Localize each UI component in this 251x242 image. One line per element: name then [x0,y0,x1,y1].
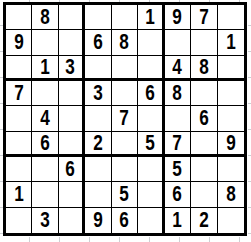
sudoku-cell-r5c8[interactable]: 6 [191,106,217,131]
given-digit: 7 [173,132,183,154]
sudoku-cell-r2c4[interactable]: 6 [85,30,111,55]
sudoku-cell-r9c8[interactable]: 2 [191,208,217,233]
given-digit: 4 [173,56,183,78]
given-digit: 5 [173,158,183,180]
sudoku-cell-r1c2[interactable]: 8 [32,5,58,30]
given-digit: 6 [66,158,76,180]
sudoku-cell-r2c9[interactable]: 1 [218,30,244,55]
sudoku-cell-r9c2[interactable]: 3 [32,208,58,233]
given-digit: 9 [14,31,24,53]
sudoku-cell-r6c3[interactable] [59,132,85,157]
given-digit: 8 [226,183,236,205]
sudoku-cell-r3c8[interactable]: 8 [191,56,217,81]
sudoku-cell-r4c4[interactable]: 3 [85,81,111,106]
sudoku-cell-r5c4[interactable] [85,106,111,131]
given-digit: 3 [66,56,76,78]
sudoku-cell-r6c1[interactable] [6,132,32,157]
sudoku-cell-r4c5[interactable] [112,81,138,106]
given-digit: 6 [173,183,183,205]
sudoku-cell-r6c8[interactable] [191,132,217,157]
given-digit: 2 [199,209,209,231]
given-digit: 7 [14,82,24,104]
sudoku-cell-r5c9[interactable] [218,106,244,131]
given-digit: 9 [93,209,103,231]
sudoku-cell-r3c1[interactable] [6,56,32,81]
sudoku-cell-r1c5[interactable] [112,5,138,30]
sudoku-cell-r9c7[interactable]: 1 [165,208,191,233]
sudoku-cell-r7c8[interactable] [191,157,217,182]
sudoku-cell-r7c6[interactable] [138,157,164,182]
sudoku-cell-r4c1[interactable]: 7 [6,81,32,106]
sudoku-cell-r8c3[interactable] [59,182,85,207]
sudoku-cell-r3c3[interactable]: 3 [59,56,85,81]
sudoku-cell-r3c4[interactable] [85,56,111,81]
sudoku-cell-r5c5[interactable]: 7 [112,106,138,131]
given-digit: 8 [173,82,183,104]
given-digit: 9 [173,6,183,28]
given-digit: 7 [120,107,130,129]
sudoku-cell-r4c8[interactable] [191,81,217,106]
given-digit: 1 [40,56,50,78]
given-digit: 7 [199,6,209,28]
sudoku-cell-r3c7[interactable]: 4 [165,56,191,81]
given-digit: 3 [93,82,103,104]
given-digit: 9 [226,132,236,154]
sudoku-cell-r1c9[interactable] [218,5,244,30]
sudoku-cell-r1c7[interactable]: 9 [165,5,191,30]
sudoku-cell-r9c6[interactable] [138,208,164,233]
given-digit: 4 [40,107,50,129]
sudoku-cell-r6c5[interactable] [112,132,138,157]
sudoku-cell-r8c9[interactable]: 8 [218,182,244,207]
given-digit: 8 [120,31,130,53]
given-digit: 1 [226,31,236,53]
sudoku-cell-r8c8[interactable] [191,182,217,207]
given-digit: 2 [93,132,103,154]
sudoku-cell-r3c6[interactable] [138,56,164,81]
given-digit: 6 [145,82,155,104]
sudoku-cell-r6c6[interactable]: 5 [138,132,164,157]
given-digit: 5 [145,132,155,154]
given-digit: 8 [199,56,209,78]
given-digit: 6 [199,107,209,129]
sudoku-cell-r8c4[interactable] [85,182,111,207]
sudoku-cell-r7c7[interactable]: 5 [165,157,191,182]
sudoku-cell-r7c3[interactable]: 6 [59,157,85,182]
sudoku-cell-r4c3[interactable] [59,81,85,106]
sudoku-cell-r2c8[interactable] [191,30,217,55]
sudoku-cell-r2c6[interactable] [138,30,164,55]
given-digit: 6 [120,209,130,231]
given-digit: 3 [40,209,50,231]
sudoku-cell-r6c4[interactable]: 2 [85,132,111,157]
sudoku-cell-r9c1[interactable] [6,208,32,233]
sudoku-cell-r1c4[interactable] [85,5,111,30]
sudoku-cell-r6c9[interactable]: 9 [218,132,244,157]
sudoku-cell-r5c6[interactable] [138,106,164,131]
given-digit: 1 [14,183,24,205]
sudoku-cell-r5c7[interactable] [165,106,191,131]
margin-gridline-stubs-bottom [0,237,251,242]
sudoku-screenshot: 81979681134873684766257965156839612 [0,0,251,242]
sudoku-cell-r7c4[interactable] [85,157,111,182]
sudoku-cell-r3c2[interactable]: 1 [32,56,58,81]
given-digit: 6 [93,31,103,53]
sudoku-cell-r5c3[interactable] [59,106,85,131]
sudoku-board: 81979681134873684766257965156839612 [3,2,247,236]
sudoku-cell-r5c2[interactable]: 4 [32,106,58,131]
sudoku-cell-r1c1[interactable] [6,5,32,30]
sudoku-cell-r8c1[interactable]: 1 [6,182,32,207]
sudoku-cell-r9c5[interactable]: 6 [112,208,138,233]
sudoku-cell-r7c2[interactable] [32,157,58,182]
sudoku-cell-r3c5[interactable] [112,56,138,81]
sudoku-cell-r9c4[interactable]: 9 [85,208,111,233]
sudoku-cell-r2c3[interactable] [59,30,85,55]
sudoku-cell-r2c2[interactable] [32,30,58,55]
margin-gridline-stubs-right [248,0,251,242]
sudoku-cell-r1c6[interactable]: 1 [138,5,164,30]
sudoku-cell-r1c8[interactable]: 7 [191,5,217,30]
sudoku-cell-r9c9[interactable] [218,208,244,233]
sudoku-cell-r6c7[interactable]: 7 [165,132,191,157]
sudoku-cell-r1c3[interactable] [59,5,85,30]
sudoku-cell-r4c9[interactable] [218,81,244,106]
sudoku-cell-r7c5[interactable] [112,157,138,182]
sudoku-cell-r8c7[interactable]: 6 [165,182,191,207]
sudoku-cell-r4c7[interactable]: 8 [165,81,191,106]
sudoku-cell-r2c5[interactable]: 8 [112,30,138,55]
sudoku-cell-r8c2[interactable] [32,182,58,207]
sudoku-cell-r8c5[interactable]: 5 [112,182,138,207]
sudoku-cell-r4c6[interactable]: 6 [138,81,164,106]
sudoku-cell-r3c9[interactable] [218,56,244,81]
given-digit: 5 [120,183,130,205]
given-digit: 1 [145,6,155,28]
sudoku-cell-r5c1[interactable] [6,106,32,131]
sudoku-cell-r9c3[interactable] [59,208,85,233]
given-digit: 8 [40,6,50,28]
sudoku-cell-r2c7[interactable] [165,30,191,55]
sudoku-cell-r6c2[interactable]: 6 [32,132,58,157]
sudoku-cell-r7c1[interactable] [6,157,32,182]
given-digit: 1 [173,209,183,231]
given-digit: 6 [40,132,50,154]
sudoku-cell-r4c2[interactable] [32,81,58,106]
sudoku-cell-r8c6[interactable] [138,182,164,207]
sudoku-cell-r2c1[interactable]: 9 [6,30,32,55]
sudoku-cell-r7c9[interactable] [218,157,244,182]
